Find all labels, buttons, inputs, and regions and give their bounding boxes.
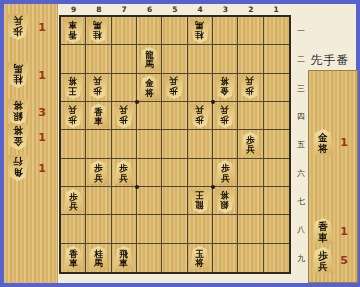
square-3-1[interactable]	[213, 17, 238, 45]
square-9-6[interactable]	[61, 159, 86, 187]
file-label-9: 9	[61, 5, 86, 14]
piece-kanji: 兵	[196, 105, 205, 115]
piece-kanji: 兵	[94, 76, 103, 86]
square-9-3[interactable]: 王将	[61, 74, 86, 102]
square-4-4[interactable]: 歩兵	[188, 102, 213, 130]
square-8-1[interactable]: 桂馬	[86, 17, 111, 45]
piece-kanji: 兵	[170, 76, 179, 86]
square-9-9[interactable]: 香車	[61, 244, 86, 272]
piece-pawn-sente[interactable]: 歩兵	[240, 132, 260, 156]
square-7-5[interactable]	[112, 130, 137, 158]
square-4-5[interactable]	[188, 130, 213, 158]
square-7-7[interactable]	[112, 187, 137, 215]
square-6-2[interactable]: 龍馬	[137, 45, 162, 73]
piece-lance-sente[interactable]: 香車	[63, 246, 83, 270]
square-2-1[interactable]	[238, 17, 263, 45]
piece-kanji: 兵	[69, 202, 78, 212]
square-3-9[interactable]	[213, 244, 238, 272]
square-1-6[interactable]	[264, 159, 289, 187]
square-6-7[interactable]	[137, 187, 162, 215]
square-7-3[interactable]	[112, 74, 137, 102]
piece-knight-gote[interactable]: 桂馬	[88, 19, 108, 43]
square-8-7[interactable]	[86, 187, 111, 215]
square-3-4[interactable]: 歩兵	[213, 102, 238, 130]
square-7-9[interactable]: 飛車	[112, 244, 137, 272]
star-point	[135, 100, 139, 104]
square-7-2[interactable]	[112, 45, 137, 73]
square-2-7[interactable]	[238, 187, 263, 215]
square-2-3[interactable]: 歩兵	[238, 74, 263, 102]
piece-kanji: 将	[13, 125, 23, 136]
square-3-3[interactable]: 金将	[213, 74, 238, 102]
square-4-9[interactable]: 玉将	[188, 244, 213, 272]
square-4-2[interactable]	[188, 45, 213, 73]
piece-kanji: 兵	[13, 15, 23, 26]
piece-kanji: 兵	[221, 105, 230, 115]
square-6-8[interactable]	[137, 215, 162, 243]
square-3-2[interactable]	[213, 45, 238, 73]
piece-kanji: 王	[196, 190, 205, 200]
piece-lance-sente[interactable]: 香車	[312, 218, 334, 244]
piece-gold-sente[interactable]: 金将	[312, 129, 334, 155]
square-1-5[interactable]	[264, 130, 289, 158]
square-8-6[interactable]: 歩兵	[86, 159, 111, 187]
piece-kanji: 歩	[246, 86, 255, 96]
gote-hand-count-pawn: 1	[35, 21, 49, 34]
piece-kanji: 桂	[94, 29, 103, 39]
square-9-7[interactable]: 歩兵	[61, 187, 86, 215]
piece-kanji: 車	[120, 259, 129, 269]
square-7-6[interactable]: 歩兵	[112, 159, 137, 187]
piece-lance-sente[interactable]: 香車	[88, 104, 108, 128]
square-1-1[interactable]	[264, 17, 289, 45]
square-2-4[interactable]	[238, 102, 263, 130]
gote-hand-count-silver: 3	[35, 106, 49, 119]
piece-kanji: 馬	[94, 20, 103, 30]
rank-label-1: 一	[294, 26, 308, 37]
square-7-8[interactable]	[112, 215, 137, 243]
square-3-7[interactable]: 銀将	[213, 187, 238, 215]
piece-king-sente[interactable]: 玉将	[190, 246, 210, 270]
square-6-1[interactable]	[137, 17, 162, 45]
square-8-4[interactable]: 香車	[86, 102, 111, 130]
piece-kanji: 兵	[69, 105, 78, 115]
square-6-6[interactable]	[137, 159, 162, 187]
piece-gold-sente[interactable]: 金将	[139, 75, 159, 99]
square-6-5[interactable]	[137, 130, 162, 158]
piece-kanji: 車	[318, 233, 328, 244]
piece-kanji: 車	[94, 117, 103, 127]
file-label-3: 3	[213, 5, 238, 14]
square-1-9[interactable]	[264, 244, 289, 272]
piece-kanji: 将	[69, 76, 78, 86]
piece-promoted-bishop-sente[interactable]: 龍馬	[139, 47, 159, 71]
piece-knight-gote[interactable]: 桂馬	[190, 19, 210, 43]
square-9-1[interactable]: 香車	[61, 17, 86, 45]
rank-label-8: 八	[294, 224, 308, 235]
piece-pawn-sente[interactable]: 歩兵	[63, 189, 83, 213]
piece-silver-gote[interactable]: 銀将	[215, 189, 235, 213]
square-9-2[interactable]	[61, 45, 86, 73]
gote-hand-count-knight: 1	[35, 69, 49, 82]
square-6-9[interactable]	[137, 244, 162, 272]
piece-kanji: 金	[221, 86, 230, 96]
square-2-9[interactable]	[238, 244, 263, 272]
square-1-2[interactable]	[264, 45, 289, 73]
piece-kanji: 車	[69, 259, 78, 269]
rank-label-7: 七	[294, 196, 308, 207]
square-6-4[interactable]	[137, 102, 162, 130]
square-9-8[interactable]	[61, 215, 86, 243]
main-panel: 歩兵1桂馬1銀将3金将1角行1 987654321 一二三四五六七八九 香車桂馬…	[4, 4, 356, 283]
piece-kanji: 歩	[221, 114, 230, 124]
file-label-8: 8	[86, 5, 111, 14]
piece-knight-sente[interactable]: 桂馬	[88, 246, 108, 270]
piece-kanji: 将	[318, 144, 328, 155]
file-label-7: 7	[112, 5, 137, 14]
piece-kanji: 歩	[94, 86, 103, 96]
piece-lance-gote[interactable]: 香車	[63, 19, 83, 43]
piece-pawn-sente[interactable]: 歩兵	[312, 247, 334, 273]
star-point	[211, 185, 215, 189]
rank-label-6: 六	[294, 168, 308, 179]
piece-pawn-gote[interactable]: 歩兵	[190, 104, 210, 128]
piece-kanji: 将	[196, 259, 205, 269]
square-7-4[interactable]: 歩兵	[112, 102, 137, 130]
square-1-8[interactable]	[264, 215, 289, 243]
file-label-4: 4	[188, 5, 213, 14]
rank-label-5: 五	[294, 139, 308, 150]
sente-hand-count-pawn: 5	[337, 254, 351, 267]
file-label-1: 1	[264, 5, 289, 14]
piece-kanji: 歩	[196, 114, 205, 124]
square-9-4[interactable]: 歩兵	[61, 102, 86, 130]
piece-kanji: 将	[145, 89, 154, 99]
piece-gold-gote[interactable]: 金将	[215, 75, 235, 99]
piece-kanji: 歩	[170, 86, 179, 96]
gote-hand-count-bishop: 1	[35, 162, 49, 175]
square-5-3[interactable]: 歩兵	[162, 74, 187, 102]
piece-king-gote[interactable]: 王将	[63, 75, 83, 99]
square-4-3[interactable]	[188, 74, 213, 102]
piece-silver-gote[interactable]: 銀将	[7, 99, 29, 125]
square-2-8[interactable]	[238, 215, 263, 243]
piece-kanji: 行	[13, 156, 23, 167]
piece-kanji: 歩	[69, 114, 78, 124]
square-2-6[interactable]	[238, 159, 263, 187]
piece-promoted-rook-gote[interactable]: 龍王	[190, 189, 210, 213]
piece-pawn-gote[interactable]: 歩兵	[63, 104, 83, 128]
piece-pawn-gote[interactable]: 歩兵	[215, 104, 235, 128]
sente-hand-count-lance: 1	[337, 225, 351, 238]
square-5-8[interactable]	[162, 215, 187, 243]
square-8-9[interactable]: 桂馬	[86, 244, 111, 272]
piece-kanji: 龍	[196, 199, 205, 209]
piece-kanji: 王	[69, 86, 78, 96]
square-9-5[interactable]	[61, 130, 86, 158]
star-point	[211, 100, 215, 104]
gote-hand-count-gold: 1	[35, 131, 49, 144]
piece-pawn-sente[interactable]: 歩兵	[215, 160, 235, 184]
square-5-4[interactable]	[162, 102, 187, 130]
piece-kanji: 香	[69, 29, 78, 39]
piece-kanji: 車	[69, 20, 78, 30]
piece-kanji: 将	[13, 100, 23, 111]
square-3-6[interactable]: 歩兵	[213, 159, 238, 187]
piece-kanji: 銀	[221, 199, 230, 209]
piece-kanji: 桂	[13, 74, 23, 85]
square-5-6[interactable]	[162, 159, 187, 187]
piece-kanji: 金	[13, 136, 23, 147]
square-3-8[interactable]	[213, 215, 238, 243]
square-6-3[interactable]: 金将	[137, 74, 162, 102]
square-2-5[interactable]: 歩兵	[238, 130, 263, 158]
square-5-7[interactable]	[162, 187, 187, 215]
square-4-6[interactable]	[188, 159, 213, 187]
piece-kanji: 馬	[145, 60, 154, 70]
turn-indicator: 先手番	[304, 52, 356, 69]
piece-kanji: 馬	[196, 20, 205, 30]
piece-kanji: 兵	[94, 174, 103, 184]
shogi-board: 香車桂馬桂馬龍馬王将歩兵金将歩兵金将歩兵歩兵香車歩兵歩兵歩兵歩兵歩兵歩兵歩兵歩兵…	[59, 15, 291, 274]
piece-kanji: 兵	[120, 105, 129, 115]
square-8-3[interactable]: 歩兵	[86, 74, 111, 102]
square-4-7[interactable]: 龍王	[188, 187, 213, 215]
piece-kanji: 将	[221, 190, 230, 200]
square-1-4[interactable]	[264, 102, 289, 130]
gote-hand-tray: 歩兵1桂馬1銀将3金将1角行1	[4, 4, 58, 283]
piece-kanji: 角	[13, 167, 23, 178]
square-8-2[interactable]	[86, 45, 111, 73]
star-point	[135, 185, 139, 189]
piece-kanji: 兵	[221, 174, 230, 184]
square-8-5[interactable]	[86, 130, 111, 158]
square-4-1[interactable]: 桂馬	[188, 17, 213, 45]
square-5-1[interactable]	[162, 17, 187, 45]
square-4-8[interactable]	[188, 215, 213, 243]
piece-pawn-gote[interactable]: 歩兵	[164, 75, 184, 99]
piece-knight-gote[interactable]: 桂馬	[7, 62, 29, 88]
piece-pawn-gote[interactable]: 歩兵	[114, 104, 134, 128]
piece-kanji: 銀	[13, 111, 23, 122]
piece-pawn-sente[interactable]: 歩兵	[114, 160, 134, 184]
square-1-3[interactable]	[264, 74, 289, 102]
piece-rook-sente[interactable]: 飛車	[114, 246, 134, 270]
square-3-5[interactable]	[213, 130, 238, 158]
sente-hand-count-gold: 1	[337, 136, 351, 149]
piece-pawn-gote[interactable]: 歩兵	[88, 75, 108, 99]
square-2-2[interactable]	[238, 45, 263, 73]
piece-kanji: 桂	[196, 29, 205, 39]
piece-kanji: 兵	[246, 76, 255, 86]
piece-kanji: 歩	[13, 26, 23, 37]
square-1-7[interactable]	[264, 187, 289, 215]
piece-gold-gote[interactable]: 金将	[7, 124, 29, 150]
piece-pawn-gote[interactable]: 歩兵	[240, 75, 260, 99]
piece-kanji: 兵	[246, 145, 255, 155]
file-label-5: 5	[162, 5, 187, 14]
rank-label-3: 三	[294, 83, 308, 94]
piece-pawn-gote[interactable]: 歩兵	[7, 14, 29, 40]
piece-kanji: 歩	[120, 114, 129, 124]
piece-kanji: 馬	[94, 259, 103, 269]
square-5-5[interactable]	[162, 130, 187, 158]
piece-pawn-sente[interactable]: 歩兵	[88, 160, 108, 184]
rank-label-4: 四	[294, 111, 308, 122]
square-5-2[interactable]	[162, 45, 187, 73]
piece-kanji: 兵	[120, 174, 129, 184]
piece-kanji: 馬	[13, 63, 23, 74]
square-7-1[interactable]	[112, 17, 137, 45]
sente-hand-tray: 金将1香車1歩兵5	[308, 70, 358, 283]
rank-label-9: 九	[294, 253, 308, 264]
square-5-9[interactable]	[162, 244, 187, 272]
file-label-6: 6	[137, 5, 162, 14]
file-label-2: 2	[238, 5, 263, 14]
piece-bishop-gote[interactable]: 角行	[7, 155, 29, 181]
square-8-8[interactable]	[86, 215, 111, 243]
piece-kanji: 将	[221, 76, 230, 86]
piece-kanji: 兵	[318, 262, 328, 273]
